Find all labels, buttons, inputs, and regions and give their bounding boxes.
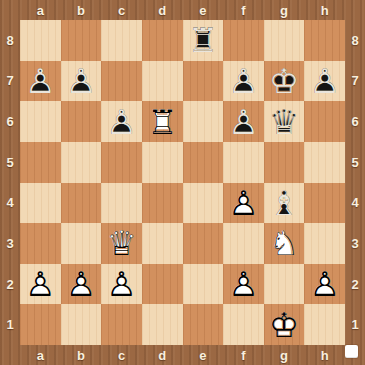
- square-b1[interactable]: [61, 304, 102, 345]
- rank-label-1: 1: [345, 304, 365, 345]
- rank-label-6: 6: [0, 101, 20, 142]
- pawn-outline-glyph: ♙: [304, 61, 345, 102]
- black-queen[interactable]: ♛♕: [264, 101, 305, 142]
- square-e4[interactable]: [183, 183, 224, 224]
- rank-label-2: 2: [0, 264, 20, 305]
- square-h7[interactable]: ♟♙: [304, 61, 345, 102]
- pawn-outline-glyph: ♙: [101, 101, 142, 142]
- square-f7[interactable]: ♟♙: [223, 61, 264, 102]
- pawn-outline-glyph: ♙: [223, 183, 264, 224]
- pawn-outline-glyph: ♙: [61, 264, 102, 305]
- square-d2[interactable]: [142, 264, 183, 305]
- square-f8[interactable]: [223, 20, 264, 61]
- rank-label-6: 6: [345, 101, 365, 142]
- file-label-f: f: [223, 345, 264, 365]
- square-c1[interactable]: [101, 304, 142, 345]
- pawn-outline-glyph: ♙: [223, 101, 264, 142]
- queen-outline-glyph: ♕: [101, 223, 142, 264]
- file-label-b: b: [61, 345, 102, 365]
- file-label-a: a: [20, 0, 61, 20]
- square-d1[interactable]: [142, 304, 183, 345]
- square-f1[interactable]: [223, 304, 264, 345]
- square-f6[interactable]: ♟♙: [223, 101, 264, 142]
- knight-outline-glyph: ♘: [264, 223, 305, 264]
- square-g3[interactable]: ♞♘: [264, 223, 305, 264]
- square-h6[interactable]: [304, 101, 345, 142]
- file-label-c: c: [101, 0, 142, 20]
- square-h5[interactable]: [304, 142, 345, 183]
- file-label-b: b: [61, 0, 102, 20]
- square-d6[interactable]: ♜♖: [142, 101, 183, 142]
- square-g2[interactable]: [264, 264, 305, 305]
- black-pawn[interactable]: ♟♙: [61, 61, 102, 102]
- square-g7[interactable]: ♚♔: [264, 61, 305, 102]
- square-d5[interactable]: [142, 142, 183, 183]
- square-c8[interactable]: [101, 20, 142, 61]
- file-label-h: h: [304, 345, 345, 365]
- black-king[interactable]: ♚♔: [264, 61, 305, 102]
- rank-labels-right: 87654321: [345, 20, 365, 345]
- rank-label-2: 2: [345, 264, 365, 305]
- square-d4[interactable]: [142, 183, 183, 224]
- square-e2[interactable]: [183, 264, 224, 305]
- rank-label-8: 8: [345, 20, 365, 61]
- file-label-h: h: [304, 0, 345, 20]
- square-g6[interactable]: ♛♕: [264, 101, 305, 142]
- pawn-outline-glyph: ♙: [223, 264, 264, 305]
- file-label-e: e: [183, 345, 224, 365]
- square-h2[interactable]: ♟♙: [304, 264, 345, 305]
- square-g8[interactable]: [264, 20, 305, 61]
- square-b8[interactable]: [61, 20, 102, 61]
- square-h1[interactable]: [304, 304, 345, 345]
- square-h3[interactable]: [304, 223, 345, 264]
- rank-labels-left: 87654321: [0, 20, 20, 345]
- file-label-e: e: [183, 0, 224, 20]
- pawn-outline-glyph: ♙: [101, 264, 142, 305]
- square-a1[interactable]: [20, 304, 61, 345]
- square-h4[interactable]: [304, 183, 345, 224]
- black-pawn[interactable]: ♟♙: [101, 101, 142, 142]
- file-label-f: f: [223, 0, 264, 20]
- rank-label-5: 5: [345, 142, 365, 183]
- square-b3[interactable]: [61, 223, 102, 264]
- square-f3[interactable]: [223, 223, 264, 264]
- square-d8[interactable]: [142, 20, 183, 61]
- square-a3[interactable]: [20, 223, 61, 264]
- black-rook[interactable]: ♜♖: [183, 20, 224, 61]
- rank-label-7: 7: [0, 61, 20, 102]
- square-c3[interactable]: ♛♕: [101, 223, 142, 264]
- black-pawn[interactable]: ♟♙: [304, 61, 345, 102]
- square-e6[interactable]: [183, 101, 224, 142]
- square-c5[interactable]: [101, 142, 142, 183]
- file-labels-top: abcdefgh: [20, 0, 345, 20]
- king-outline-glyph: ♔: [264, 304, 305, 345]
- black-pawn[interactable]: ♟♙: [223, 61, 264, 102]
- white-knight[interactable]: ♞♘: [264, 223, 305, 264]
- square-b5[interactable]: [61, 142, 102, 183]
- rook-outline-glyph: ♖: [183, 20, 224, 61]
- square-a8[interactable]: [20, 20, 61, 61]
- square-c7[interactable]: [101, 61, 142, 102]
- board-squares: ♜♖♟♙♟♙♟♙♚♔♟♙♟♙♜♖♟♙♛♕♟♙♝♗♛♕♞♘♟♙♟♙♟♙♟♙♟♙♚♔: [20, 20, 345, 345]
- rank-label-3: 3: [345, 223, 365, 264]
- square-g5[interactable]: [264, 142, 305, 183]
- white-pawn[interactable]: ♟♙: [223, 183, 264, 224]
- white-queen[interactable]: ♛♕: [101, 223, 142, 264]
- file-label-c: c: [101, 345, 142, 365]
- square-a2[interactable]: ♟♙: [20, 264, 61, 305]
- rank-label-7: 7: [345, 61, 365, 102]
- rank-label-4: 4: [345, 183, 365, 224]
- square-f2[interactable]: ♟♙: [223, 264, 264, 305]
- white-pawn[interactable]: ♟♙: [304, 264, 345, 305]
- black-pawn[interactable]: ♟♙: [223, 101, 264, 142]
- black-bishop[interactable]: ♝♗: [264, 183, 305, 224]
- rank-label-3: 3: [0, 223, 20, 264]
- square-b7[interactable]: ♟♙: [61, 61, 102, 102]
- side-to-move-indicator: [345, 345, 358, 358]
- pawn-outline-glyph: ♙: [20, 61, 61, 102]
- black-pawn[interactable]: ♟♙: [20, 61, 61, 102]
- queen-outline-glyph: ♕: [264, 101, 305, 142]
- square-d7[interactable]: [142, 61, 183, 102]
- square-h8[interactable]: [304, 20, 345, 61]
- square-b4[interactable]: [61, 183, 102, 224]
- white-pawn[interactable]: ♟♙: [223, 264, 264, 305]
- file-label-a: a: [20, 345, 61, 365]
- rank-label-4: 4: [0, 183, 20, 224]
- bishop-outline-glyph: ♗: [264, 183, 305, 224]
- king-outline-glyph: ♔: [264, 61, 305, 102]
- square-g4[interactable]: ♝♗: [264, 183, 305, 224]
- pawn-outline-glyph: ♙: [223, 61, 264, 102]
- square-e7[interactable]: [183, 61, 224, 102]
- pawn-outline-glyph: ♙: [61, 61, 102, 102]
- square-b6[interactable]: [61, 101, 102, 142]
- rank-label-1: 1: [0, 304, 20, 345]
- square-c6[interactable]: ♟♙: [101, 101, 142, 142]
- pawn-outline-glyph: ♙: [20, 264, 61, 305]
- pawn-outline-glyph: ♙: [304, 264, 345, 305]
- square-a4[interactable]: [20, 183, 61, 224]
- square-d3[interactable]: [142, 223, 183, 264]
- square-c4[interactable]: [101, 183, 142, 224]
- square-e8[interactable]: ♜♖: [183, 20, 224, 61]
- file-label-d: d: [142, 345, 183, 365]
- file-label-g: g: [264, 0, 305, 20]
- square-c2[interactable]: ♟♙: [101, 264, 142, 305]
- square-e1[interactable]: [183, 304, 224, 345]
- white-rook[interactable]: ♜♖: [142, 101, 183, 142]
- square-b2[interactable]: ♟♙: [61, 264, 102, 305]
- square-f4[interactable]: ♟♙: [223, 183, 264, 224]
- file-label-g: g: [264, 345, 305, 365]
- rook-outline-glyph: ♖: [142, 101, 183, 142]
- square-e5[interactable]: [183, 142, 224, 183]
- square-f5[interactable]: [223, 142, 264, 183]
- square-g1[interactable]: ♚♔: [264, 304, 305, 345]
- rank-label-5: 5: [0, 142, 20, 183]
- square-a6[interactable]: [20, 101, 61, 142]
- rank-label-8: 8: [0, 20, 20, 61]
- file-label-d: d: [142, 0, 183, 20]
- white-king[interactable]: ♚♔: [264, 304, 305, 345]
- square-a5[interactable]: [20, 142, 61, 183]
- white-pawn[interactable]: ♟♙: [20, 264, 61, 305]
- white-pawn[interactable]: ♟♙: [101, 264, 142, 305]
- chess-board: abcdefgh abcdefgh 87654321 87654321 ♜♖♟♙…: [0, 0, 365, 365]
- square-a7[interactable]: ♟♙: [20, 61, 61, 102]
- white-pawn[interactable]: ♟♙: [61, 264, 102, 305]
- square-e3[interactable]: [183, 223, 224, 264]
- file-labels-bottom: abcdefgh: [20, 345, 345, 365]
